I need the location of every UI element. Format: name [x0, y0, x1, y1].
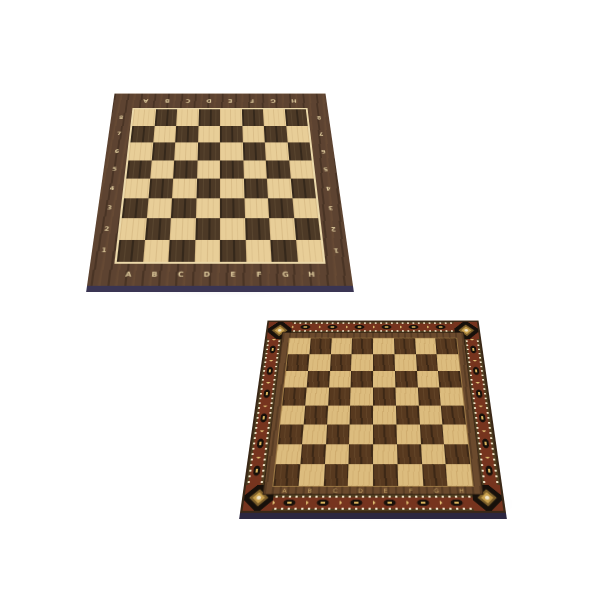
square-a1 — [273, 464, 300, 486]
square-d4 — [196, 179, 220, 198]
square-c5 — [328, 388, 351, 406]
coord-label-D: D — [207, 98, 212, 103]
square-h5 — [440, 388, 464, 406]
square-e6 — [373, 371, 395, 388]
square-e7 — [220, 126, 242, 143]
square-a6 — [284, 371, 308, 388]
square-a8 — [288, 338, 311, 354]
square-e7 — [373, 354, 395, 370]
square-c8 — [176, 109, 198, 125]
square-f7 — [242, 126, 265, 143]
coord-label-A: A — [143, 98, 148, 103]
square-g1 — [422, 464, 448, 486]
square-c5 — [173, 160, 197, 178]
coord-label-H: H — [291, 98, 297, 103]
coord-label-E: E — [228, 98, 232, 103]
square-b6 — [306, 371, 329, 388]
square-f7 — [394, 354, 416, 370]
square-e4 — [373, 406, 396, 425]
square-c4 — [172, 179, 197, 198]
coord-label-A: A — [125, 271, 132, 279]
board-1-maple-outline — [114, 108, 325, 264]
coord-label-5: 5 — [323, 166, 328, 172]
square-c8 — [330, 338, 352, 354]
coord-label-C: C — [186, 98, 191, 103]
square-a3 — [278, 424, 303, 444]
square-f3 — [244, 198, 269, 218]
square-g7 — [416, 354, 439, 370]
square-e3 — [373, 424, 397, 444]
coord-label-7: 7 — [318, 131, 323, 137]
square-f6 — [395, 371, 418, 388]
square-f8 — [394, 338, 416, 354]
square-b3 — [146, 198, 172, 218]
square-h1 — [295, 239, 323, 261]
square-h4 — [441, 406, 466, 425]
square-b3 — [302, 424, 327, 444]
square-d7 — [351, 354, 373, 370]
square-h3 — [443, 424, 468, 444]
square-f8 — [241, 109, 263, 125]
square-a5 — [282, 388, 306, 406]
square-a2 — [119, 218, 146, 239]
square-a5 — [126, 160, 151, 178]
coord-label-H: H — [308, 271, 315, 279]
square-h2 — [294, 218, 321, 239]
square-f2 — [245, 218, 271, 239]
coord-label-B: B — [307, 487, 312, 495]
square-e5 — [220, 160, 243, 178]
square-h7 — [286, 126, 310, 143]
coord-label-E: E — [384, 487, 388, 495]
square-e1 — [220, 239, 246, 261]
coord-label-3: 3 — [328, 205, 334, 212]
square-f4 — [396, 406, 420, 425]
square-e1 — [373, 464, 398, 486]
square-d5 — [197, 160, 220, 178]
coord-label-A: A — [282, 487, 287, 495]
coord-label-B: B — [164, 98, 169, 103]
square-g1 — [270, 239, 297, 261]
coord-label-E: E — [230, 271, 235, 279]
square-h8 — [284, 109, 307, 125]
square-h7 — [437, 354, 460, 370]
square-h5 — [289, 160, 314, 178]
coord-label-2: 2 — [104, 225, 110, 232]
coord-label-B: B — [151, 271, 158, 279]
coord-label-5: 5 — [112, 166, 117, 172]
coord-label-6: 6 — [321, 148, 326, 154]
square-a6 — [128, 142, 152, 160]
coord-label-G: G — [282, 271, 289, 279]
square-e5 — [373, 388, 396, 406]
square-e4 — [220, 179, 244, 198]
square-g8 — [415, 338, 437, 354]
square-b5 — [305, 388, 329, 406]
square-g4 — [267, 179, 292, 198]
coord-label-1: 1 — [101, 247, 107, 255]
square-a3 — [122, 198, 148, 218]
coord-label-G: G — [433, 487, 439, 495]
square-g6 — [416, 371, 439, 388]
square-c7 — [330, 354, 352, 370]
square-f5 — [395, 388, 418, 406]
square-e2 — [373, 444, 397, 465]
square-g2 — [269, 218, 295, 239]
square-f5 — [243, 160, 267, 178]
board-1-squares — [117, 109, 323, 261]
coord-label-F: F — [250, 98, 255, 103]
board-2-squares-frame — [272, 338, 474, 487]
photo-canvas: ABCDEFGH ABCDEFGH 87654321 87654321 ABCD… — [0, 0, 600, 600]
coord-label-C: C — [178, 271, 184, 279]
square-d2 — [195, 218, 220, 239]
product-photo-page: { "game": "chess", "scene": "product pho… — [0, 0, 600, 600]
file-labels-bottom: ABCDEFGH — [114, 264, 326, 286]
square-g6 — [265, 142, 289, 160]
square-g3 — [419, 424, 444, 444]
square-a8 — [132, 109, 155, 125]
coord-label-2: 2 — [330, 225, 336, 232]
square-e8 — [220, 109, 242, 125]
square-g7 — [264, 126, 287, 143]
coord-label-1: 1 — [333, 247, 339, 255]
square-d5 — [350, 388, 373, 406]
square-b7 — [153, 126, 176, 143]
chessboard-walnut-tournament: ABCDEFGH ABCDEFGH 87654321 87654321 — [86, 93, 354, 292]
square-g5 — [417, 388, 441, 406]
square-b1 — [143, 239, 170, 261]
square-d2 — [349, 444, 373, 465]
board-2-squares — [273, 338, 472, 486]
square-b4 — [148, 179, 173, 198]
square-c7 — [175, 126, 198, 143]
square-g3 — [268, 198, 294, 218]
square-d1 — [348, 464, 373, 486]
coord-label-6: 6 — [114, 148, 119, 154]
square-h1 — [446, 464, 473, 486]
square-c2 — [170, 218, 196, 239]
file-labels-bottom-board-2: ABCDEFGH — [271, 487, 474, 495]
square-c6 — [174, 142, 197, 160]
square-d7 — [198, 126, 220, 143]
mosaic-border-bottom — [272, 495, 474, 511]
square-c4 — [327, 406, 351, 425]
square-a7 — [286, 354, 309, 370]
square-b6 — [151, 142, 175, 160]
square-c1 — [168, 239, 194, 261]
square-e3 — [220, 198, 245, 218]
square-e2 — [220, 218, 245, 239]
coord-label-F: F — [409, 487, 413, 495]
square-c3 — [326, 424, 350, 444]
square-g8 — [263, 109, 286, 125]
square-f6 — [242, 142, 265, 160]
coord-label-F: F — [256, 271, 262, 279]
coord-label-C: C — [333, 487, 338, 495]
square-d1 — [194, 239, 220, 261]
square-g4 — [418, 406, 442, 425]
square-h2 — [444, 444, 470, 465]
coord-label-H: H — [459, 487, 465, 495]
square-d3 — [195, 198, 220, 218]
square-c1 — [323, 464, 348, 486]
square-b8 — [309, 338, 331, 354]
square-b2 — [145, 218, 171, 239]
file-labels-top: ABCDEFGH — [134, 93, 305, 108]
square-d8 — [198, 109, 220, 125]
coord-label-8: 8 — [316, 115, 321, 121]
coord-label-D: D — [204, 271, 211, 279]
coord-label-4: 4 — [325, 185, 330, 192]
square-a7 — [130, 126, 154, 143]
square-d6 — [351, 371, 373, 388]
square-b1 — [298, 464, 324, 486]
coord-label-3: 3 — [107, 205, 113, 212]
coord-label-4: 4 — [109, 185, 114, 192]
square-a4 — [280, 406, 305, 425]
mosaic-border-top — [291, 322, 455, 333]
square-b4 — [303, 406, 327, 425]
square-g2 — [420, 444, 445, 465]
square-h8 — [435, 338, 458, 354]
square-b5 — [150, 160, 174, 178]
square-c3 — [171, 198, 196, 218]
square-a1 — [117, 239, 145, 261]
square-d4 — [350, 406, 373, 425]
coord-label-7: 7 — [117, 131, 122, 137]
square-h6 — [287, 142, 311, 160]
square-f4 — [243, 179, 268, 198]
square-d6 — [197, 142, 220, 160]
coord-label-D: D — [358, 487, 363, 495]
square-b7 — [308, 354, 331, 370]
chessboard-mosaic-inlay: ABCDEFGH — [239, 320, 507, 519]
coord-label-G: G — [270, 98, 276, 103]
square-b8 — [154, 109, 177, 125]
square-d3 — [349, 424, 373, 444]
square-e8 — [373, 338, 394, 354]
square-h3 — [292, 198, 318, 218]
square-c2 — [324, 444, 349, 465]
square-e6 — [220, 142, 243, 160]
square-f1 — [245, 239, 271, 261]
square-b2 — [300, 444, 325, 465]
square-c6 — [329, 371, 352, 388]
square-a2 — [276, 444, 302, 465]
square-f2 — [397, 444, 422, 465]
square-h6 — [438, 371, 462, 388]
square-f1 — [397, 464, 422, 486]
square-g5 — [266, 160, 290, 178]
square-h4 — [290, 179, 316, 198]
coord-label-8: 8 — [119, 115, 124, 121]
square-a4 — [124, 179, 150, 198]
square-f3 — [396, 424, 420, 444]
square-d8 — [352, 338, 373, 354]
